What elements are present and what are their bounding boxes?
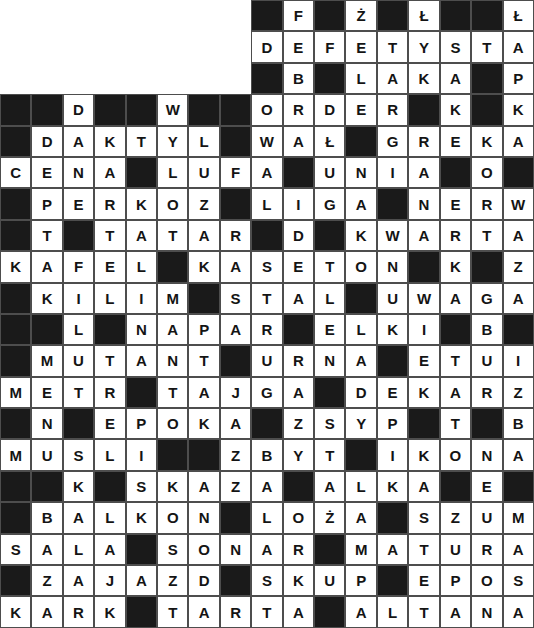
cell-r7-c16[interactable]: R bbox=[471, 188, 502, 219]
cell-r18-c12[interactable]: M bbox=[345, 534, 376, 565]
cell-r10-c9[interactable]: T bbox=[251, 283, 282, 314]
cell-r5-c2[interactable]: D bbox=[31, 126, 62, 157]
cell-r1-c10[interactable]: F bbox=[283, 0, 314, 31]
cell-r5-c6[interactable]: Y bbox=[157, 126, 188, 157]
void-r1-c1 bbox=[0, 0, 31, 31]
cell-r11-c3[interactable]: L bbox=[63, 314, 94, 345]
cell-r5-c10[interactable]: A bbox=[283, 126, 314, 157]
cell-r6-c6[interactable]: L bbox=[157, 157, 188, 188]
cell-r9-c8[interactable]: A bbox=[220, 251, 251, 282]
cell-r11-c13[interactable]: K bbox=[377, 314, 408, 345]
cell-r10-c8[interactable]: S bbox=[220, 283, 251, 314]
cell-r6-c13[interactable]: I bbox=[377, 157, 408, 188]
cell-r18-c4[interactable]: A bbox=[94, 534, 125, 565]
cell-r7-c6[interactable]: O bbox=[157, 188, 188, 219]
cell-r3-c14[interactable]: K bbox=[408, 63, 439, 94]
cell-r5-c11[interactable]: Ł bbox=[314, 126, 345, 157]
cell-r16-c3[interactable]: K bbox=[63, 471, 94, 502]
cell-r18-c8[interactable]: N bbox=[220, 534, 251, 565]
cell-r19-c16[interactable]: O bbox=[471, 565, 502, 596]
cell-r4-c13[interactable]: R bbox=[377, 94, 408, 125]
cell-r8-c13[interactable]: W bbox=[377, 220, 408, 251]
cell-r1-c14[interactable]: Ł bbox=[408, 0, 439, 31]
void-r1-c6 bbox=[157, 0, 188, 31]
cell-r14-c11[interactable]: S bbox=[314, 408, 345, 439]
cell-r20-c15[interactable]: A bbox=[440, 596, 471, 627]
cell-r9-c17[interactable]: Z bbox=[503, 251, 534, 282]
cell-r8-c16[interactable]: T bbox=[471, 220, 502, 251]
cell-r4-c6[interactable]: W bbox=[157, 94, 188, 125]
cell-r15-c16[interactable]: N bbox=[471, 439, 502, 470]
cell-r13-c9[interactable]: G bbox=[251, 377, 282, 408]
cell-r17-c12[interactable]: A bbox=[345, 502, 376, 533]
cell-r4-c3[interactable]: D bbox=[63, 94, 94, 125]
cell-r13-c1[interactable]: M bbox=[0, 377, 31, 408]
cell-r13-c8[interactable]: J bbox=[220, 377, 251, 408]
cell-r13-c3[interactable]: T bbox=[63, 377, 94, 408]
black-cell-r17-c8 bbox=[220, 502, 251, 533]
cell-r17-c16[interactable]: U bbox=[471, 502, 502, 533]
cell-r7-c15[interactable]: E bbox=[440, 188, 471, 219]
void-r2-c8 bbox=[220, 31, 251, 62]
cell-r10-c4[interactable]: L bbox=[94, 283, 125, 314]
cell-r12-c2[interactable]: M bbox=[31, 345, 62, 376]
cell-r19-c9[interactable]: S bbox=[251, 565, 282, 596]
cell-r6-c7[interactable]: U bbox=[188, 157, 219, 188]
cell-r14-c7[interactable]: K bbox=[188, 408, 219, 439]
cell-r11-c7[interactable]: P bbox=[188, 314, 219, 345]
black-cell-r11-c10 bbox=[283, 314, 314, 345]
void-r1-c5 bbox=[126, 0, 157, 31]
cell-r3-c17[interactable]: P bbox=[503, 63, 534, 94]
cell-r18-c3[interactable]: L bbox=[63, 534, 94, 565]
cell-r10-c2[interactable]: K bbox=[31, 283, 62, 314]
void-r3-c8 bbox=[220, 63, 251, 94]
cell-r16-c5[interactable]: S bbox=[126, 471, 157, 502]
cell-r18-c14[interactable]: T bbox=[408, 534, 439, 565]
black-cell-r11-c17 bbox=[503, 314, 534, 345]
cell-r2-c16[interactable]: T bbox=[471, 31, 502, 62]
cell-r7-c10[interactable]: I bbox=[283, 188, 314, 219]
cell-r8-c4[interactable]: T bbox=[94, 220, 125, 251]
cell-r15-c13[interactable]: I bbox=[377, 439, 408, 470]
black-cell-r4-c4 bbox=[94, 94, 125, 125]
black-cell-r15-c7 bbox=[188, 439, 219, 470]
cell-r3-c12[interactable]: L bbox=[345, 63, 376, 94]
cell-r6-c1[interactable]: C bbox=[0, 157, 31, 188]
cell-r6-c2[interactable]: E bbox=[31, 157, 62, 188]
cell-r18-c6[interactable]: S bbox=[157, 534, 188, 565]
cell-r18-c2[interactable]: A bbox=[31, 534, 62, 565]
cell-r7-c14[interactable]: N bbox=[408, 188, 439, 219]
cell-r11-c12[interactable]: L bbox=[345, 314, 376, 345]
crossword-board: FŻŁŁDEFETYSTABLAKAPDWORDERKKDAKTYLWAŁGRE… bbox=[0, 0, 534, 628]
cell-r8-c8[interactable]: R bbox=[220, 220, 251, 251]
cell-r1-c17[interactable]: Ł bbox=[503, 0, 534, 31]
cell-r20-c7[interactable]: A bbox=[188, 596, 219, 627]
cell-r11-c8[interactable]: A bbox=[220, 314, 251, 345]
cell-r3-c15[interactable]: A bbox=[440, 63, 471, 94]
cell-r5-c5[interactable]: T bbox=[126, 126, 157, 157]
black-cell-r11-c1 bbox=[0, 314, 31, 345]
cell-r17-c15[interactable]: Z bbox=[440, 502, 471, 533]
black-cell-r16-c1 bbox=[0, 471, 31, 502]
cell-r12-c15[interactable]: T bbox=[440, 345, 471, 376]
cell-r4-c12[interactable]: E bbox=[345, 94, 376, 125]
cell-r10-c3[interactable]: I bbox=[63, 283, 94, 314]
cell-r7-c12[interactable]: A bbox=[345, 188, 376, 219]
cell-r18-c1[interactable]: S bbox=[0, 534, 31, 565]
void-r3-c3 bbox=[63, 63, 94, 94]
cell-r17-c5[interactable]: K bbox=[126, 502, 157, 533]
cell-r16-c8[interactable]: Z bbox=[220, 471, 251, 502]
cell-r8-c14[interactable]: A bbox=[408, 220, 439, 251]
cell-r20-c6[interactable]: T bbox=[157, 596, 188, 627]
cell-r12-c12[interactable]: A bbox=[345, 345, 376, 376]
cell-r15-c4[interactable]: L bbox=[94, 439, 125, 470]
cell-r2-c15[interactable]: S bbox=[440, 31, 471, 62]
void-r2-c3 bbox=[63, 31, 94, 62]
cell-r8-c5[interactable]: A bbox=[126, 220, 157, 251]
cell-r14-c5[interactable]: P bbox=[126, 408, 157, 439]
cell-r5-c16[interactable]: K bbox=[471, 126, 502, 157]
cell-r13-c10[interactable]: A bbox=[283, 377, 314, 408]
black-cell-r11-c4 bbox=[94, 314, 125, 345]
cell-r8-c17[interactable]: A bbox=[503, 220, 534, 251]
cell-r17-c11[interactable]: Ż bbox=[314, 502, 345, 533]
cell-r9-c4[interactable]: E bbox=[94, 251, 125, 282]
cell-r1-c12[interactable]: Ż bbox=[345, 0, 376, 31]
cell-r15-c9[interactable]: B bbox=[251, 439, 282, 470]
cell-r8-c6[interactable]: T bbox=[157, 220, 188, 251]
cell-r12-c3[interactable]: U bbox=[63, 345, 94, 376]
cell-r20-c12[interactable]: A bbox=[345, 596, 376, 627]
cell-r17-c2[interactable]: B bbox=[31, 502, 62, 533]
cell-r4-c9[interactable]: O bbox=[251, 94, 282, 125]
cell-r6-c4[interactable]: A bbox=[94, 157, 125, 188]
black-cell-r8-c9 bbox=[251, 220, 282, 251]
cell-r12-c11[interactable]: N bbox=[314, 345, 345, 376]
black-cell-r4-c14 bbox=[408, 94, 439, 125]
cell-r12-c10[interactable]: R bbox=[283, 345, 314, 376]
cell-r13-c7[interactable]: A bbox=[188, 377, 219, 408]
cell-r17-c3[interactable]: A bbox=[63, 502, 94, 533]
cell-r20-c2[interactable]: A bbox=[31, 596, 62, 627]
cell-r7-c11[interactable]: G bbox=[314, 188, 345, 219]
black-cell-r17-c13 bbox=[377, 502, 408, 533]
cell-r2-c13[interactable]: T bbox=[377, 31, 408, 62]
black-cell-r19-c8 bbox=[220, 565, 251, 596]
cell-r14-c17[interactable]: B bbox=[503, 408, 534, 439]
void-r1-c4 bbox=[94, 0, 125, 31]
black-cell-r13-c11 bbox=[314, 377, 345, 408]
cell-r10-c17[interactable]: A bbox=[503, 283, 534, 314]
black-cell-r1-c15 bbox=[440, 0, 471, 31]
cell-r15-c3[interactable]: S bbox=[63, 439, 94, 470]
cell-r18-c9[interactable]: A bbox=[251, 534, 282, 565]
cell-r19-c17[interactable]: S bbox=[503, 565, 534, 596]
cell-r15-c8[interactable]: Z bbox=[220, 439, 251, 470]
black-cell-r14-c16 bbox=[471, 408, 502, 439]
cell-r3-c13[interactable]: A bbox=[377, 63, 408, 94]
cell-r11-c5[interactable]: N bbox=[126, 314, 157, 345]
cell-r13-c2[interactable]: E bbox=[31, 377, 62, 408]
cell-r11-c9[interactable]: R bbox=[251, 314, 282, 345]
cell-r10-c13[interactable]: U bbox=[377, 283, 408, 314]
cell-r19-c2[interactable]: Z bbox=[31, 565, 62, 596]
cell-r5-c3[interactable]: A bbox=[63, 126, 94, 157]
cell-r12-c5[interactable]: A bbox=[126, 345, 157, 376]
cell-r20-c3[interactable]: R bbox=[63, 596, 94, 627]
cell-r10-c15[interactable]: A bbox=[440, 283, 471, 314]
cell-r13-c17[interactable]: Z bbox=[503, 377, 534, 408]
cell-r20-c8[interactable]: R bbox=[220, 596, 251, 627]
cell-r2-c9[interactable]: D bbox=[251, 31, 282, 62]
cell-r9-c9[interactable]: S bbox=[251, 251, 282, 282]
cell-r19-c11[interactable]: U bbox=[314, 565, 345, 596]
cell-r5-c17[interactable]: A bbox=[503, 126, 534, 157]
cell-r6-c3[interactable]: N bbox=[63, 157, 94, 188]
cell-r15-c2[interactable]: U bbox=[31, 439, 62, 470]
cell-r20-c17[interactable]: A bbox=[503, 596, 534, 627]
cell-r5-c4[interactable]: K bbox=[94, 126, 125, 157]
cell-r10-c5[interactable]: I bbox=[126, 283, 157, 314]
black-cell-r7-c13 bbox=[377, 188, 408, 219]
void-r3-c6 bbox=[157, 63, 188, 94]
cell-r19-c5[interactable]: A bbox=[126, 565, 157, 596]
cell-r13-c4[interactable]: R bbox=[94, 377, 125, 408]
cell-r6-c9[interactable]: A bbox=[251, 157, 282, 188]
cell-r16-c9[interactable]: A bbox=[251, 471, 282, 502]
black-cell-r14-c14 bbox=[408, 408, 439, 439]
cell-r16-c12[interactable]: L bbox=[345, 471, 376, 502]
cell-r18-c13[interactable]: A bbox=[377, 534, 408, 565]
cell-r9-c3[interactable]: F bbox=[63, 251, 94, 282]
black-cell-r4-c16 bbox=[471, 94, 502, 125]
cell-r14-c6[interactable]: O bbox=[157, 408, 188, 439]
cell-r12-c17[interactable]: I bbox=[503, 345, 534, 376]
cell-r9-c7[interactable]: K bbox=[188, 251, 219, 282]
black-cell-r6-c10 bbox=[283, 157, 314, 188]
black-cell-r11-c2 bbox=[31, 314, 62, 345]
black-cell-r1-c11 bbox=[314, 0, 345, 31]
cell-r20-c9[interactable]: T bbox=[251, 596, 282, 627]
cell-r18-c16[interactable]: R bbox=[471, 534, 502, 565]
cell-r5-c7[interactable]: L bbox=[188, 126, 219, 157]
cell-r10-c16[interactable]: G bbox=[471, 283, 502, 314]
cell-r15-c1[interactable]: M bbox=[0, 439, 31, 470]
cell-r8-c15[interactable]: R bbox=[440, 220, 471, 251]
black-cell-r10-c7 bbox=[188, 283, 219, 314]
cell-r16-c11[interactable]: A bbox=[314, 471, 345, 502]
cell-r11-c16[interactable]: B bbox=[471, 314, 502, 345]
cell-r6-c8[interactable]: F bbox=[220, 157, 251, 188]
cell-r19-c4[interactable]: J bbox=[94, 565, 125, 596]
cell-r2-c14[interactable]: Y bbox=[408, 31, 439, 62]
cell-r2-c17[interactable]: A bbox=[503, 31, 534, 62]
black-cell-r4-c8 bbox=[220, 94, 251, 125]
cell-r17-c7[interactable]: N bbox=[188, 502, 219, 533]
cell-r15-c17[interactable]: A bbox=[503, 439, 534, 470]
cell-r12-c9[interactable]: U bbox=[251, 345, 282, 376]
cell-r9-c5[interactable]: L bbox=[126, 251, 157, 282]
void-r2-c5 bbox=[126, 31, 157, 62]
cell-r13-c6[interactable]: T bbox=[157, 377, 188, 408]
cell-r16-c7[interactable]: A bbox=[188, 471, 219, 502]
cell-r20-c10[interactable]: A bbox=[283, 596, 314, 627]
cell-r19-c10[interactable]: K bbox=[283, 565, 314, 596]
cell-r14-c2[interactable]: N bbox=[31, 408, 62, 439]
cell-r4-c15[interactable]: K bbox=[440, 94, 471, 125]
cell-r14-c15[interactable]: T bbox=[440, 408, 471, 439]
black-cell-r4-c5 bbox=[126, 94, 157, 125]
cell-r15-c10[interactable]: Y bbox=[283, 439, 314, 470]
cell-r17-c4[interactable]: L bbox=[94, 502, 125, 533]
cell-r14-c4[interactable]: E bbox=[94, 408, 125, 439]
cell-r20-c14[interactable]: T bbox=[408, 596, 439, 627]
cell-r18-c7[interactable]: O bbox=[188, 534, 219, 565]
cell-r8-c2[interactable]: T bbox=[31, 220, 62, 251]
cell-r5-c13[interactable]: G bbox=[377, 126, 408, 157]
cell-r9-c1[interactable]: K bbox=[0, 251, 31, 282]
cell-r7-c3[interactable]: E bbox=[63, 188, 94, 219]
cell-r17-c17[interactable]: M bbox=[503, 502, 534, 533]
cell-r4-c11[interactable]: D bbox=[314, 94, 345, 125]
cell-r20-c4[interactable]: K bbox=[94, 596, 125, 627]
cell-r15-c14[interactable]: K bbox=[408, 439, 439, 470]
cell-r7-c5[interactable]: K bbox=[126, 188, 157, 219]
cell-r12-c4[interactable]: T bbox=[94, 345, 125, 376]
cell-r14-c10[interactable]: Z bbox=[283, 408, 314, 439]
black-cell-r19-c1 bbox=[0, 565, 31, 596]
cell-r13-c15[interactable]: A bbox=[440, 377, 471, 408]
black-cell-r6-c5 bbox=[126, 157, 157, 188]
cell-r16-c6[interactable]: K bbox=[157, 471, 188, 502]
cell-r19-c7[interactable]: D bbox=[188, 565, 219, 596]
cell-r12-c7[interactable]: T bbox=[188, 345, 219, 376]
void-r1-c8 bbox=[220, 0, 251, 31]
cell-r8-c7[interactable]: A bbox=[188, 220, 219, 251]
cell-r6-c14[interactable]: A bbox=[408, 157, 439, 188]
cell-r15-c11[interactable]: T bbox=[314, 439, 345, 470]
cell-r12-c6[interactable]: N bbox=[157, 345, 188, 376]
cell-r6-c12[interactable]: N bbox=[345, 157, 376, 188]
cell-r17-c14[interactable]: S bbox=[408, 502, 439, 533]
cell-r13-c14[interactable]: K bbox=[408, 377, 439, 408]
cell-r10-c14[interactable]: W bbox=[408, 283, 439, 314]
black-cell-r4-c1 bbox=[0, 94, 31, 125]
cell-r16-c14[interactable]: A bbox=[408, 471, 439, 502]
cell-r20-c1[interactable]: K bbox=[0, 596, 31, 627]
cell-r11-c14[interactable]: I bbox=[408, 314, 439, 345]
cell-r14-c8[interactable]: A bbox=[220, 408, 251, 439]
cell-r9-c15[interactable]: K bbox=[440, 251, 471, 282]
cell-r2-c10[interactable]: E bbox=[283, 31, 314, 62]
cell-r7-c2[interactable]: P bbox=[31, 188, 62, 219]
cell-r8-c12[interactable]: K bbox=[345, 220, 376, 251]
cell-r9-c10[interactable]: E bbox=[283, 251, 314, 282]
cell-r11-c6[interactable]: A bbox=[157, 314, 188, 345]
cell-r17-c6[interactable]: O bbox=[157, 502, 188, 533]
black-cell-r15-c6 bbox=[157, 439, 188, 470]
cell-r7-c4[interactable]: R bbox=[94, 188, 125, 219]
cell-r4-c10[interactable]: R bbox=[283, 94, 314, 125]
cell-r16-c13[interactable]: K bbox=[377, 471, 408, 502]
cell-r10-c11[interactable]: L bbox=[314, 283, 345, 314]
cell-r19-c6[interactable]: Z bbox=[157, 565, 188, 596]
black-cell-r10-c12 bbox=[345, 283, 376, 314]
cell-r2-c11[interactable]: F bbox=[314, 31, 345, 62]
black-cell-r8-c1 bbox=[0, 220, 31, 251]
cell-r15-c5[interactable]: I bbox=[126, 439, 157, 470]
cell-r19-c12[interactable]: P bbox=[345, 565, 376, 596]
cell-r13-c13[interactable]: E bbox=[377, 377, 408, 408]
cell-r20-c16[interactable]: N bbox=[471, 596, 502, 627]
cell-r18-c17[interactable]: A bbox=[503, 534, 534, 565]
cell-r18-c15[interactable]: U bbox=[440, 534, 471, 565]
cell-r17-c10[interactable]: O bbox=[283, 502, 314, 533]
cell-r13-c12[interactable]: D bbox=[345, 377, 376, 408]
black-cell-r4-c2 bbox=[31, 94, 62, 125]
cell-r7-c17[interactable]: W bbox=[503, 188, 534, 219]
cell-r16-c16[interactable]: E bbox=[471, 471, 502, 502]
cell-r18-c10[interactable]: R bbox=[283, 534, 314, 565]
void-r1-c2 bbox=[31, 0, 62, 31]
cell-r10-c10[interactable]: A bbox=[283, 283, 314, 314]
cell-r12-c14[interactable]: E bbox=[408, 345, 439, 376]
cell-r9-c2[interactable]: A bbox=[31, 251, 62, 282]
cell-r3-c10[interactable]: B bbox=[283, 63, 314, 94]
cell-r15-c15[interactable]: O bbox=[440, 439, 471, 470]
cell-r12-c16[interactable]: U bbox=[471, 345, 502, 376]
cell-r5-c14[interactable]: R bbox=[408, 126, 439, 157]
cell-r5-c9[interactable]: W bbox=[251, 126, 282, 157]
cell-r7-c9[interactable]: L bbox=[251, 188, 282, 219]
cell-r17-c9[interactable]: L bbox=[251, 502, 282, 533]
cell-r9-c13[interactable]: N bbox=[377, 251, 408, 282]
black-cell-r9-c16 bbox=[471, 251, 502, 282]
cell-r9-c11[interactable]: T bbox=[314, 251, 345, 282]
cell-r5-c15[interactable]: E bbox=[440, 126, 471, 157]
cell-r6-c11[interactable]: U bbox=[314, 157, 345, 188]
cell-r7-c7[interactable]: Z bbox=[188, 188, 219, 219]
black-cell-r6-c17 bbox=[503, 157, 534, 188]
cell-r9-c12[interactable]: O bbox=[345, 251, 376, 282]
cell-r11-c11[interactable]: E bbox=[314, 314, 345, 345]
black-cell-r8-c11 bbox=[314, 220, 345, 251]
cell-r8-c10[interactable]: D bbox=[283, 220, 314, 251]
cell-r6-c16[interactable]: O bbox=[471, 157, 502, 188]
cell-r19-c15[interactable]: P bbox=[440, 565, 471, 596]
void-r3-c7 bbox=[188, 63, 219, 94]
black-cell-r9-c6 bbox=[157, 251, 188, 282]
void-r3-c4 bbox=[94, 63, 125, 94]
cell-r4-c17[interactable]: K bbox=[503, 94, 534, 125]
cell-r10-c6[interactable]: M bbox=[157, 283, 188, 314]
cell-r19-c3[interactable]: A bbox=[63, 565, 94, 596]
cell-r2-c12[interactable]: E bbox=[345, 31, 376, 62]
black-cell-r7-c8 bbox=[220, 188, 251, 219]
black-cell-r12-c8 bbox=[220, 345, 251, 376]
black-cell-r14-c3 bbox=[63, 408, 94, 439]
cell-r20-c13[interactable]: L bbox=[377, 596, 408, 627]
cell-r14-c12[interactable]: Y bbox=[345, 408, 376, 439]
void-r2-c1 bbox=[0, 31, 31, 62]
cell-r19-c14[interactable]: E bbox=[408, 565, 439, 596]
black-cell-r16-c2 bbox=[31, 471, 62, 502]
cell-r14-c13[interactable]: P bbox=[377, 408, 408, 439]
cell-r13-c16[interactable]: R bbox=[471, 377, 502, 408]
